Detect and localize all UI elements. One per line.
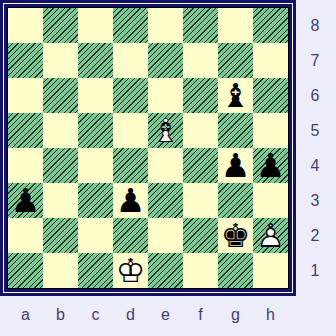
file-label-b: b — [43, 298, 78, 332]
file-label-h: h — [253, 298, 288, 332]
square-b6[interactable] — [43, 78, 78, 113]
square-d7[interactable] — [113, 43, 148, 78]
square-b2[interactable] — [43, 218, 78, 253]
file-label-f: f — [183, 298, 218, 332]
rank-label-1: 1 — [298, 253, 332, 288]
square-b8[interactable] — [43, 8, 78, 43]
white-bishop-icon: ♝♗ — [151, 113, 181, 148]
square-c3[interactable] — [78, 183, 113, 218]
square-b7[interactable] — [43, 43, 78, 78]
square-c7[interactable] — [78, 43, 113, 78]
board-frame: ♝♝♗♟♟♟♟♚♟♙♚♔ — [0, 0, 296, 296]
square-c5[interactable] — [78, 113, 113, 148]
square-d1[interactable]: ♚♔ — [113, 253, 148, 288]
file-label-d: d — [113, 298, 148, 332]
white-king-icon: ♚♔ — [116, 253, 146, 288]
square-d8[interactable] — [113, 8, 148, 43]
square-e3[interactable] — [148, 183, 183, 218]
black-bishop-icon: ♝ — [221, 78, 251, 113]
square-h3[interactable] — [253, 183, 288, 218]
file-label-a: a — [8, 298, 43, 332]
square-a5[interactable] — [8, 113, 43, 148]
file-labels: abcdefgh — [8, 298, 288, 332]
square-e6[interactable] — [148, 78, 183, 113]
square-f1[interactable] — [183, 253, 218, 288]
board: ♝♝♗♟♟♟♟♚♟♙♚♔ — [7, 7, 289, 289]
square-a6[interactable] — [8, 78, 43, 113]
board-frame-highlight: ♝♝♗♟♟♟♟♚♟♙♚♔ — [3, 3, 293, 293]
file-label-g: g — [218, 298, 253, 332]
black-pawn-icon: ♟ — [221, 148, 251, 183]
square-b5[interactable] — [43, 113, 78, 148]
square-h5[interactable] — [253, 113, 288, 148]
square-g6[interactable]: ♝ — [218, 78, 253, 113]
square-a2[interactable] — [8, 218, 43, 253]
square-g5[interactable] — [218, 113, 253, 148]
file-label-c: c — [78, 298, 113, 332]
black-king-icon: ♚ — [221, 218, 251, 253]
square-a1[interactable] — [8, 253, 43, 288]
black-pawn-icon: ♟ — [11, 183, 41, 218]
square-c1[interactable] — [78, 253, 113, 288]
square-a4[interactable] — [8, 148, 43, 183]
square-h8[interactable] — [253, 8, 288, 43]
square-e1[interactable] — [148, 253, 183, 288]
square-f7[interactable] — [183, 43, 218, 78]
rank-label-7: 7 — [298, 43, 332, 78]
square-f6[interactable] — [183, 78, 218, 113]
black-pawn-icon: ♟ — [256, 148, 286, 183]
square-g7[interactable] — [218, 43, 253, 78]
square-c6[interactable] — [78, 78, 113, 113]
rank-label-5: 5 — [298, 113, 332, 148]
square-g2[interactable]: ♚ — [218, 218, 253, 253]
square-h4[interactable]: ♟ — [253, 148, 288, 183]
square-h6[interactable] — [253, 78, 288, 113]
square-h7[interactable] — [253, 43, 288, 78]
square-d5[interactable] — [113, 113, 148, 148]
square-g3[interactable] — [218, 183, 253, 218]
rank-label-8: 8 — [298, 8, 332, 43]
square-b4[interactable] — [43, 148, 78, 183]
square-a3[interactable]: ♟ — [8, 183, 43, 218]
square-f8[interactable] — [183, 8, 218, 43]
square-f2[interactable] — [183, 218, 218, 253]
square-h1[interactable] — [253, 253, 288, 288]
square-e7[interactable] — [148, 43, 183, 78]
square-e5[interactable]: ♝♗ — [148, 113, 183, 148]
square-g1[interactable] — [218, 253, 253, 288]
square-c8[interactable] — [78, 8, 113, 43]
square-b1[interactable] — [43, 253, 78, 288]
square-a7[interactable] — [8, 43, 43, 78]
square-f5[interactable] — [183, 113, 218, 148]
rank-label-4: 4 — [298, 148, 332, 183]
rank-label-3: 3 — [298, 183, 332, 218]
square-b3[interactable] — [43, 183, 78, 218]
black-pawn-icon: ♟ — [116, 183, 146, 218]
square-a8[interactable] — [8, 8, 43, 43]
rank-labels: 87654321 — [298, 8, 332, 288]
square-g8[interactable] — [218, 8, 253, 43]
square-e2[interactable] — [148, 218, 183, 253]
square-f3[interactable] — [183, 183, 218, 218]
square-d6[interactable] — [113, 78, 148, 113]
white-pawn-icon: ♟♙ — [256, 218, 286, 253]
board-frame-inner: ♝♝♗♟♟♟♟♚♟♙♚♔ — [4, 4, 292, 292]
rank-label-6: 6 — [298, 78, 332, 113]
chess-diagram: ♝♝♗♟♟♟♟♚♟♙♚♔ 87654321 abcdefgh — [0, 0, 336, 336]
square-d2[interactable] — [113, 218, 148, 253]
rank-label-2: 2 — [298, 218, 332, 253]
square-e8[interactable] — [148, 8, 183, 43]
file-label-e: e — [148, 298, 183, 332]
square-d4[interactable] — [113, 148, 148, 183]
square-c2[interactable] — [78, 218, 113, 253]
square-h2[interactable]: ♟♙ — [253, 218, 288, 253]
square-f4[interactable] — [183, 148, 218, 183]
square-d3[interactable]: ♟ — [113, 183, 148, 218]
square-e4[interactable] — [148, 148, 183, 183]
square-g4[interactable]: ♟ — [218, 148, 253, 183]
square-c4[interactable] — [78, 148, 113, 183]
